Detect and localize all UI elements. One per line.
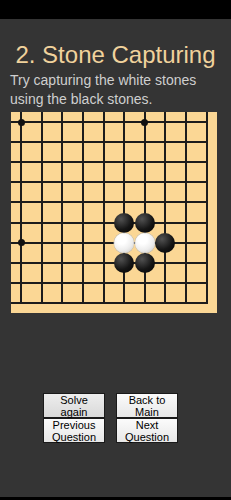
- board-intersection[interactable]: [114, 132, 135, 152]
- board-intersection[interactable]: [52, 192, 73, 212]
- board-intersection[interactable]: [176, 152, 197, 172]
- previous-question-label-line2: Question: [52, 431, 96, 443]
- next-question-label-line1: Next: [136, 419, 159, 431]
- instructions-line2: using the black stones.: [10, 91, 152, 107]
- board-intersection[interactable]: [73, 132, 94, 152]
- white-stone: [114, 233, 134, 253]
- black-stone: [114, 253, 134, 273]
- black-stone: [114, 213, 134, 233]
- board-intersection[interactable]: [135, 172, 156, 192]
- board-intersection[interactable]: [93, 132, 114, 152]
- board-intersection[interactable]: [32, 293, 53, 313]
- board-intersection[interactable]: [52, 132, 73, 152]
- board-intersection[interactable]: [11, 233, 32, 253]
- board-intersection[interactable]: [73, 112, 94, 132]
- board-intersection[interactable]: [176, 172, 197, 192]
- board-intersection[interactable]: [52, 293, 73, 313]
- board-intersection[interactable]: [73, 273, 94, 293]
- board-intersection[interactable]: [11, 172, 32, 192]
- board-intersection[interactable]: [93, 213, 114, 233]
- board-intersection[interactable]: [155, 192, 176, 212]
- solve-again-label-line1: Solve: [60, 394, 88, 406]
- board-intersection[interactable]: [93, 172, 114, 192]
- board-intersection[interactable]: [93, 152, 114, 172]
- board-intersection[interactable]: [93, 233, 114, 253]
- white-stone: [135, 233, 155, 253]
- board-intersection[interactable]: [196, 172, 217, 192]
- board-intersection[interactable]: [114, 112, 135, 132]
- board-intersection[interactable]: [176, 253, 197, 273]
- board-intersection[interactable]: [52, 112, 73, 132]
- board-intersection[interactable]: [176, 273, 197, 293]
- board-intersection[interactable]: [32, 253, 53, 273]
- board-intersection[interactable]: [73, 233, 94, 253]
- board-intersection[interactable]: [114, 152, 135, 172]
- board-intersection[interactable]: [135, 273, 156, 293]
- board-intersection[interactable]: [52, 233, 73, 253]
- board-intersection[interactable]: [52, 172, 73, 192]
- board-intersection[interactable]: [155, 112, 176, 132]
- board-intersection[interactable]: [176, 293, 197, 313]
- black-stone: [135, 213, 155, 233]
- board-intersection[interactable]: [196, 213, 217, 233]
- board-intersection[interactable]: [11, 112, 32, 132]
- board-intersection[interactable]: [11, 132, 32, 152]
- board-intersection[interactable]: [93, 253, 114, 273]
- board-intersection[interactable]: [11, 152, 32, 172]
- board-intersection[interactable]: [93, 192, 114, 212]
- board-intersection[interactable]: [135, 132, 156, 152]
- star-point: [18, 119, 25, 126]
- board-intersection[interactable]: [114, 192, 135, 212]
- board-intersection[interactable]: [155, 213, 176, 233]
- board-intersection[interactable]: [73, 253, 94, 273]
- star-point: [18, 239, 25, 246]
- board-intersection[interactable]: [155, 152, 176, 172]
- previous-question-button[interactable]: Previous Question: [43, 418, 105, 443]
- board-intersection[interactable]: [176, 213, 197, 233]
- board-intersection[interactable]: [196, 253, 217, 273]
- board-intersection[interactable]: [93, 273, 114, 293]
- board-intersection[interactable]: [135, 233, 156, 253]
- board-intersection[interactable]: [114, 172, 135, 192]
- board-intersection[interactable]: [176, 233, 197, 253]
- board-intersection[interactable]: [114, 253, 135, 273]
- board-intersection[interactable]: [52, 152, 73, 172]
- board-intersection[interactable]: [11, 253, 32, 273]
- board-intersection[interactable]: [155, 293, 176, 313]
- previous-question-label-line1: Previous: [53, 419, 96, 431]
- board-intersection[interactable]: [73, 152, 94, 172]
- board-intersection[interactable]: [135, 112, 156, 132]
- back-to-main-label-line1: Back to: [129, 394, 166, 406]
- board-intersection[interactable]: [93, 293, 114, 313]
- board-intersection[interactable]: [73, 192, 94, 212]
- board-intersection[interactable]: [135, 213, 156, 233]
- board-intersection[interactable]: [135, 152, 156, 172]
- board-intersection[interactable]: [73, 172, 94, 192]
- board-intersection[interactable]: [196, 152, 217, 172]
- board-intersection[interactable]: [32, 233, 53, 253]
- board-intersection[interactable]: [155, 253, 176, 273]
- instructions: Try capturing the white stones using the…: [10, 71, 225, 109]
- board-intersection[interactable]: [32, 172, 53, 192]
- black-stone: [135, 253, 155, 273]
- board-intersection[interactable]: [196, 233, 217, 253]
- next-question-label-line2: Question: [125, 431, 169, 443]
- board-intersection[interactable]: [176, 112, 197, 132]
- board-intersection[interactable]: [114, 213, 135, 233]
- solve-again-label-line2: again: [61, 406, 88, 418]
- board-intersection[interactable]: [11, 273, 32, 293]
- next-question-button[interactable]: Next Question: [116, 418, 178, 443]
- board-intersection[interactable]: [196, 273, 217, 293]
- board-intersection[interactable]: [114, 273, 135, 293]
- board-intersection[interactable]: [155, 172, 176, 192]
- board-intersection[interactable]: [176, 132, 197, 152]
- page-title: 2. Stone Capturing: [0, 42, 231, 68]
- instructions-line1: Try capturing the white stones: [10, 72, 196, 88]
- board-intersection[interactable]: [32, 213, 53, 233]
- black-stone: [155, 233, 175, 253]
- board-intersection[interactable]: [93, 112, 114, 132]
- board-intersection[interactable]: [32, 152, 53, 172]
- board-intersection[interactable]: [196, 112, 217, 132]
- back-to-main-button[interactable]: Back to Main: [116, 393, 178, 418]
- board-intersection[interactable]: [52, 213, 73, 233]
- board-intersection[interactable]: [73, 213, 94, 233]
- board-intersection[interactable]: [32, 192, 53, 212]
- back-to-main-label-line2: Main: [135, 406, 159, 418]
- button-grid: Solve again Back to Main Previous Questi…: [43, 393, 178, 443]
- board-intersection[interactable]: [114, 233, 135, 253]
- status-bar: [0, 0, 231, 19]
- board-intersection[interactable]: [135, 192, 156, 212]
- board-intersection[interactable]: [114, 293, 135, 313]
- board-intersection[interactable]: [196, 132, 217, 152]
- board-intersection[interactable]: [32, 273, 53, 293]
- board-intersection[interactable]: [73, 293, 94, 313]
- board-intersection[interactable]: [155, 233, 176, 253]
- board-intersection[interactable]: [176, 192, 197, 212]
- board-intersection[interactable]: [135, 253, 156, 273]
- board-intersection[interactable]: [155, 132, 176, 152]
- board-intersection[interactable]: [11, 293, 32, 313]
- board-intersection[interactable]: [135, 293, 156, 313]
- board-intersection[interactable]: [32, 112, 53, 132]
- board-intersection[interactable]: [52, 273, 73, 293]
- board-intersection[interactable]: [196, 293, 217, 313]
- star-point: [141, 119, 148, 126]
- board-intersection[interactable]: [32, 132, 53, 152]
- board-intersection[interactable]: [11, 213, 32, 233]
- go-board[interactable]: [11, 112, 217, 313]
- board-intersection[interactable]: [11, 192, 32, 212]
- board-intersection[interactable]: [52, 253, 73, 273]
- solve-again-button[interactable]: Solve again: [43, 393, 105, 418]
- board-intersection[interactable]: [196, 192, 217, 212]
- board-intersection[interactable]: [155, 273, 176, 293]
